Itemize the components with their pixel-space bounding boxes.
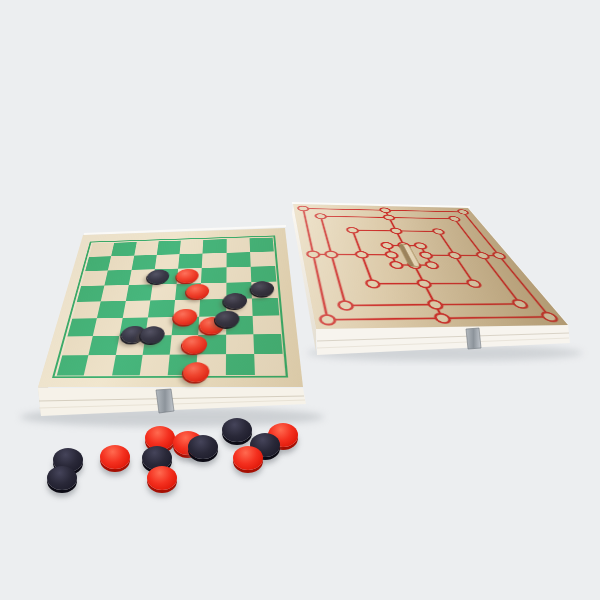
loose-checker-piece-black bbox=[47, 466, 77, 490]
loose-checker-piece-red bbox=[233, 446, 263, 470]
loose-checker-piece-red bbox=[147, 466, 177, 490]
product-photo-board-game-set bbox=[0, 0, 600, 600]
loose-checker-piece-black bbox=[188, 435, 218, 459]
loose-checker-piece-black bbox=[222, 418, 252, 442]
loose-checker-pieces bbox=[0, 0, 600, 600]
loose-checker-piece-red bbox=[100, 445, 130, 469]
